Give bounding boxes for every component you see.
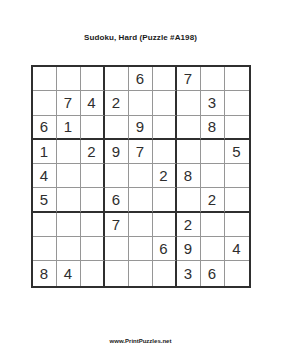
sudoku-cell-r4c9: 5 bbox=[225, 140, 249, 164]
sudoku-cell-r7c1 bbox=[33, 213, 57, 237]
sudoku-cell-r3c3 bbox=[81, 116, 105, 140]
sudoku-cell-r8c6: 6 bbox=[153, 237, 177, 261]
sudoku-cell-r9c3 bbox=[81, 261, 105, 285]
sudoku-cell-r8c5 bbox=[129, 237, 153, 261]
sudoku-cell-r3c4 bbox=[105, 116, 129, 140]
sudoku-cell-r3c9 bbox=[225, 116, 249, 140]
sudoku-cell-r5c3 bbox=[81, 164, 105, 188]
sudoku-cell-r7c5 bbox=[129, 213, 153, 237]
sudoku-cell-r7c3 bbox=[81, 213, 105, 237]
sudoku-cell-r2c4: 2 bbox=[105, 91, 129, 115]
sudoku-cell-r9c4 bbox=[105, 261, 129, 285]
sudoku-cell-r8c8 bbox=[201, 237, 225, 261]
sudoku-cell-r8c2 bbox=[57, 237, 81, 261]
sudoku-cell-r1c9 bbox=[225, 67, 249, 91]
sudoku-cell-r3c6 bbox=[153, 116, 177, 140]
sudoku-cell-r7c9 bbox=[225, 213, 249, 237]
sudoku-cell-r2c3: 4 bbox=[81, 91, 105, 115]
sudoku-cell-r7c2 bbox=[57, 213, 81, 237]
sudoku-cell-r6c5 bbox=[129, 188, 153, 212]
sudoku-cell-r7c4: 7 bbox=[105, 213, 129, 237]
page-title: Sudoku, Hard (Puzzle #A198) bbox=[0, 33, 281, 42]
sudoku-cell-r1c6 bbox=[153, 67, 177, 91]
sudoku-cell-r4c8 bbox=[201, 140, 225, 164]
sudoku-cell-r8c7: 9 bbox=[177, 237, 201, 261]
sudoku-cell-r2c1 bbox=[33, 91, 57, 115]
sudoku-cell-r1c3 bbox=[81, 67, 105, 91]
sudoku-cell-r9c1: 8 bbox=[33, 261, 57, 285]
sudoku-cell-r2c8: 3 bbox=[201, 91, 225, 115]
footer-site-text: www.PrintPuzzles.net bbox=[0, 338, 281, 344]
sudoku-cell-r4c6 bbox=[153, 140, 177, 164]
sudoku-cell-r1c4 bbox=[105, 67, 129, 91]
sudoku-cell-r4c3: 2 bbox=[81, 140, 105, 164]
sudoku-cell-r4c4: 9 bbox=[105, 140, 129, 164]
sudoku-cell-r6c3 bbox=[81, 188, 105, 212]
sudoku-cell-r4c5: 7 bbox=[129, 140, 153, 164]
sudoku-cell-r9c9 bbox=[225, 261, 249, 285]
sudoku-cell-r6c1: 5 bbox=[33, 188, 57, 212]
sudoku-cell-r6c4: 6 bbox=[105, 188, 129, 212]
sudoku-cell-r2c9 bbox=[225, 91, 249, 115]
sudoku-cell-r6c2 bbox=[57, 188, 81, 212]
sudoku-cell-r5c5 bbox=[129, 164, 153, 188]
sudoku-cell-r5c4 bbox=[105, 164, 129, 188]
sudoku-cell-r1c1 bbox=[33, 67, 57, 91]
sudoku-cell-r3c7 bbox=[177, 116, 201, 140]
sudoku-cell-r5c2 bbox=[57, 164, 81, 188]
sudoku-cell-r9c2: 4 bbox=[57, 261, 81, 285]
sudoku-cell-r7c8 bbox=[201, 213, 225, 237]
sudoku-cell-r9c5 bbox=[129, 261, 153, 285]
sudoku-cell-r2c2: 7 bbox=[57, 91, 81, 115]
sudoku-cell-r6c9 bbox=[225, 188, 249, 212]
sudoku-cell-r6c8: 2 bbox=[201, 188, 225, 212]
sudoku-cell-r9c6 bbox=[153, 261, 177, 285]
sudoku-cell-r9c7: 3 bbox=[177, 261, 201, 285]
sudoku-page: Sudoku, Hard (Puzzle #A198) 677423619812… bbox=[0, 0, 281, 363]
sudoku-cell-r8c1 bbox=[33, 237, 57, 261]
sudoku-cell-r2c5 bbox=[129, 91, 153, 115]
sudoku-cell-r3c5: 9 bbox=[129, 116, 153, 140]
sudoku-cell-r3c8: 8 bbox=[201, 116, 225, 140]
sudoku-cell-r2c7 bbox=[177, 91, 201, 115]
sudoku-cell-r5c9 bbox=[225, 164, 249, 188]
sudoku-cell-r4c1: 1 bbox=[33, 140, 57, 164]
sudoku-cell-r5c8 bbox=[201, 164, 225, 188]
sudoku-cell-r2c6 bbox=[153, 91, 177, 115]
sudoku-cell-r5c1: 4 bbox=[33, 164, 57, 188]
sudoku-cell-r1c5: 6 bbox=[129, 67, 153, 91]
sudoku-cell-r3c2: 1 bbox=[57, 116, 81, 140]
sudoku-cell-r5c6: 2 bbox=[153, 164, 177, 188]
sudoku-cell-r5c7: 8 bbox=[177, 164, 201, 188]
sudoku-cell-r4c7 bbox=[177, 140, 201, 164]
sudoku-cell-r4c2 bbox=[57, 140, 81, 164]
sudoku-cell-r3c1: 6 bbox=[33, 116, 57, 140]
sudoku-cell-r6c7 bbox=[177, 188, 201, 212]
sudoku-cell-r1c8 bbox=[201, 67, 225, 91]
sudoku-cell-r7c6 bbox=[153, 213, 177, 237]
sudoku-cell-r1c2 bbox=[57, 67, 81, 91]
sudoku-board: 677423619812975428562726948436 bbox=[31, 65, 251, 288]
sudoku-cell-r8c4 bbox=[105, 237, 129, 261]
sudoku-cell-r8c9: 4 bbox=[225, 237, 249, 261]
sudoku-cell-r8c3 bbox=[81, 237, 105, 261]
sudoku-cell-r6c6 bbox=[153, 188, 177, 212]
sudoku-cell-r1c7: 7 bbox=[177, 67, 201, 91]
sudoku-cell-r7c7: 2 bbox=[177, 213, 201, 237]
sudoku-cell-r9c8: 6 bbox=[201, 261, 225, 285]
